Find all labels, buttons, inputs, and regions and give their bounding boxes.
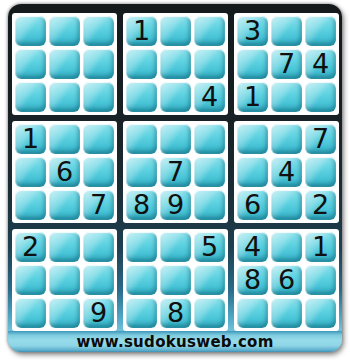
digit: 7 (90, 191, 107, 218)
cell-r1c3[interactable] (83, 16, 114, 46)
cell-r6c1[interactable] (15, 190, 46, 220)
cell-r6c3[interactable]: 7 (83, 190, 114, 220)
digit: 8 (133, 191, 150, 218)
cell-r5c6[interactable] (194, 157, 225, 187)
cell-r6c4[interactable]: 8 (126, 190, 157, 220)
cell-r3c5[interactable] (160, 82, 191, 112)
digit: 6 (244, 191, 261, 218)
cell-r9c8[interactable] (271, 298, 302, 328)
box-1 (12, 13, 117, 115)
box-4: 167 (12, 121, 117, 223)
cell-r8c6[interactable] (194, 265, 225, 295)
cell-r4c7[interactable] (237, 124, 268, 154)
cell-r7c4[interactable] (126, 232, 157, 262)
cell-r6c5[interactable]: 9 (160, 190, 191, 220)
digit: 1 (133, 17, 150, 44)
box-3: 3741 (234, 13, 339, 115)
cell-r2c4[interactable] (126, 49, 157, 79)
digit: 8 (244, 266, 261, 293)
cell-r2c8[interactable]: 7 (271, 49, 302, 79)
cell-r6c7[interactable]: 6 (237, 190, 268, 220)
digit: 4 (244, 233, 261, 260)
digit: 1 (312, 233, 329, 260)
cell-r2c3[interactable] (83, 49, 114, 79)
cell-r6c2[interactable] (49, 190, 80, 220)
box-2: 14 (123, 13, 228, 115)
cell-r3c8[interactable] (271, 82, 302, 112)
cell-r3c4[interactable] (126, 82, 157, 112)
cell-r4c1[interactable]: 1 (15, 124, 46, 154)
cell-r9c2[interactable] (49, 298, 80, 328)
cell-r6c9[interactable]: 2 (305, 190, 336, 220)
cell-r9c4[interactable] (126, 298, 157, 328)
digit: 1 (22, 125, 39, 152)
digit: 3 (244, 17, 261, 44)
digit: 2 (22, 233, 39, 260)
cell-r2c6[interactable] (194, 49, 225, 79)
digit: 5 (201, 233, 218, 260)
cell-r3c9[interactable] (305, 82, 336, 112)
cell-r3c1[interactable] (15, 82, 46, 112)
cell-r4c5[interactable] (160, 124, 191, 154)
cell-r3c2[interactable] (49, 82, 80, 112)
cell-r8c4[interactable] (126, 265, 157, 295)
box-9: 4186 (234, 229, 339, 331)
digit: 1 (244, 83, 261, 110)
cell-r9c5[interactable]: 8 (160, 298, 191, 328)
cell-r4c6[interactable] (194, 124, 225, 154)
cell-r1c8[interactable] (271, 16, 302, 46)
cell-r7c7[interactable]: 4 (237, 232, 268, 262)
cell-r1c2[interactable] (49, 16, 80, 46)
cell-r5c7[interactable] (237, 157, 268, 187)
cell-r2c9[interactable]: 4 (305, 49, 336, 79)
cell-r7c8[interactable] (271, 232, 302, 262)
cell-r3c7[interactable]: 1 (237, 82, 268, 112)
sudoku-board: 143741167789746229584186 www.sudokusweb.… (8, 4, 342, 352)
cell-r5c1[interactable] (15, 157, 46, 187)
cell-r1c9[interactable] (305, 16, 336, 46)
box-7: 29 (12, 229, 117, 331)
digit: 4 (201, 83, 218, 110)
box-5: 789 (123, 121, 228, 223)
cell-r5c3[interactable] (83, 157, 114, 187)
digit: 2 (312, 191, 329, 218)
cell-r5c4[interactable] (126, 157, 157, 187)
cell-r9c7[interactable] (237, 298, 268, 328)
cell-r2c2[interactable] (49, 49, 80, 79)
cell-r1c5[interactable] (160, 16, 191, 46)
cell-r7c5[interactable] (160, 232, 191, 262)
cell-r7c9[interactable]: 1 (305, 232, 336, 262)
cell-r8c9[interactable] (305, 265, 336, 295)
cell-r1c6[interactable] (194, 16, 225, 46)
cell-r8c2[interactable] (49, 265, 80, 295)
cell-r9c3[interactable]: 9 (83, 298, 114, 328)
cell-r5c9[interactable] (305, 157, 336, 187)
cell-r2c7[interactable] (237, 49, 268, 79)
cell-r7c3[interactable] (83, 232, 114, 262)
cell-r2c1[interactable] (15, 49, 46, 79)
cell-r4c3[interactable] (83, 124, 114, 154)
cell-r5c8[interactable]: 4 (271, 157, 302, 187)
cell-r4c9[interactable]: 7 (305, 124, 336, 154)
cell-r6c8[interactable] (271, 190, 302, 220)
cell-r5c5[interactable]: 7 (160, 157, 191, 187)
cell-r7c6[interactable]: 5 (194, 232, 225, 262)
cell-r3c3[interactable] (83, 82, 114, 112)
site-link[interactable]: www.sudokusweb.com (76, 333, 273, 351)
digit: 7 (312, 125, 329, 152)
box-6: 7462 (234, 121, 339, 223)
cell-r1c1[interactable] (15, 16, 46, 46)
cell-r8c7[interactable]: 8 (237, 265, 268, 295)
cell-r4c2[interactable] (49, 124, 80, 154)
cell-r7c2[interactable] (49, 232, 80, 262)
digit: 6 (56, 158, 73, 185)
footer-band: www.sudokusweb.com (8, 331, 342, 352)
cell-r8c1[interactable] (15, 265, 46, 295)
cell-r8c5[interactable] (160, 265, 191, 295)
cell-r2c5[interactable] (160, 49, 191, 79)
digit: 4 (278, 158, 295, 185)
digit: 7 (167, 158, 184, 185)
digit: 9 (167, 191, 184, 218)
cell-r4c4[interactable] (126, 124, 157, 154)
digit: 9 (90, 299, 107, 326)
cell-r1c4[interactable]: 1 (126, 16, 157, 46)
cell-r5c2[interactable]: 6 (49, 157, 80, 187)
cell-r7c1[interactable]: 2 (15, 232, 46, 262)
box-8: 58 (123, 229, 228, 331)
cell-r9c1[interactable] (15, 298, 46, 328)
digit: 4 (312, 50, 329, 77)
cell-r9c9[interactable] (305, 298, 336, 328)
digit: 7 (278, 50, 295, 77)
cell-r9c6[interactable] (194, 298, 225, 328)
cell-r8c3[interactable] (83, 265, 114, 295)
cell-r8c8[interactable]: 6 (271, 265, 302, 295)
cell-r1c7[interactable]: 3 (237, 16, 268, 46)
digit: 8 (167, 299, 184, 326)
sudoku-grid: 143741167789746229584186 (12, 13, 339, 331)
cell-r6c6[interactable] (194, 190, 225, 220)
cell-r3c6[interactable]: 4 (194, 82, 225, 112)
cell-r4c8[interactable] (271, 124, 302, 154)
digit: 6 (278, 266, 295, 293)
